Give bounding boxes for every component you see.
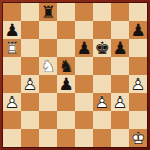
white-king[interactable]: ♚♔ (129, 129, 147, 147)
square-g8[interactable] (111, 3, 129, 21)
square-b5[interactable] (21, 57, 39, 75)
square-d3[interactable] (57, 93, 75, 111)
chess-board-frame: ♜♟♟♜♖♟♚♟♞♘♞♟♙♟♟♙♟♙♟♙♟♙♚♔ (0, 0, 150, 150)
square-a4[interactable] (3, 75, 21, 93)
white-pawn[interactable]: ♟♙ (111, 93, 129, 111)
square-a3[interactable]: ♟♙ (3, 93, 21, 111)
square-h4[interactable]: ♟♙ (129, 75, 147, 93)
square-b2[interactable] (21, 111, 39, 129)
square-h5[interactable] (129, 57, 147, 75)
black-king[interactable]: ♚ (93, 39, 111, 57)
square-e8[interactable] (75, 3, 93, 21)
square-f2[interactable] (93, 111, 111, 129)
black-knight[interactable]: ♞ (57, 57, 75, 75)
square-f8[interactable] (93, 3, 111, 21)
chess-board: ♜♟♟♜♖♟♚♟♞♘♞♟♙♟♟♙♟♙♟♙♟♙♚♔ (3, 3, 147, 147)
white-pawn[interactable]: ♟♙ (93, 93, 111, 111)
white-pawn[interactable]: ♟♙ (129, 75, 147, 93)
square-c4[interactable] (39, 75, 57, 93)
square-e5[interactable] (75, 57, 93, 75)
black-rook[interactable]: ♜ (39, 3, 57, 21)
square-a7[interactable]: ♟ (3, 21, 21, 39)
square-h2[interactable] (129, 111, 147, 129)
square-d6[interactable] (57, 39, 75, 57)
square-h7[interactable]: ♟ (129, 21, 147, 39)
square-b3[interactable] (21, 93, 39, 111)
square-h6[interactable] (129, 39, 147, 57)
square-d7[interactable] (57, 21, 75, 39)
square-c1[interactable] (39, 129, 57, 147)
square-b4[interactable]: ♟♙ (21, 75, 39, 93)
square-f6[interactable]: ♚ (93, 39, 111, 57)
square-b8[interactable] (21, 3, 39, 21)
square-h1[interactable]: ♚♔ (129, 129, 147, 147)
square-d4[interactable]: ♟ (57, 75, 75, 93)
square-g5[interactable] (111, 57, 129, 75)
black-pawn[interactable]: ♟ (75, 39, 93, 57)
black-pawn[interactable]: ♟ (129, 21, 147, 39)
square-f1[interactable] (93, 129, 111, 147)
square-a6[interactable]: ♜♖ (3, 39, 21, 57)
white-pawn[interactable]: ♟♙ (21, 75, 39, 93)
square-c2[interactable] (39, 111, 57, 129)
black-pawn[interactable]: ♟ (3, 21, 21, 39)
square-h3[interactable] (129, 93, 147, 111)
square-g1[interactable] (111, 129, 129, 147)
square-c3[interactable] (39, 93, 57, 111)
square-e1[interactable] (75, 129, 93, 147)
square-b1[interactable] (21, 129, 39, 147)
square-f3[interactable]: ♟♙ (93, 93, 111, 111)
square-b7[interactable] (21, 21, 39, 39)
square-c7[interactable] (39, 21, 57, 39)
black-pawn[interactable]: ♟ (111, 39, 129, 57)
square-c8[interactable]: ♜ (39, 3, 57, 21)
square-e3[interactable] (75, 93, 93, 111)
white-knight[interactable]: ♞♘ (39, 57, 57, 75)
square-g3[interactable]: ♟♙ (111, 93, 129, 111)
square-d2[interactable] (57, 111, 75, 129)
square-a5[interactable] (3, 57, 21, 75)
white-rook[interactable]: ♜♖ (3, 39, 21, 57)
square-e2[interactable] (75, 111, 93, 129)
square-e7[interactable] (75, 21, 93, 39)
black-pawn[interactable]: ♟ (57, 75, 75, 93)
square-a2[interactable] (3, 111, 21, 129)
square-f4[interactable] (93, 75, 111, 93)
white-pawn[interactable]: ♟♙ (3, 93, 21, 111)
square-c6[interactable] (39, 39, 57, 57)
square-g6[interactable]: ♟ (111, 39, 129, 57)
square-e6[interactable]: ♟ (75, 39, 93, 57)
square-g4[interactable] (111, 75, 129, 93)
square-a8[interactable] (3, 3, 21, 21)
square-h8[interactable] (129, 3, 147, 21)
square-a1[interactable] (3, 129, 21, 147)
square-d8[interactable] (57, 3, 75, 21)
square-e4[interactable] (75, 75, 93, 93)
square-b6[interactable] (21, 39, 39, 57)
square-g7[interactable] (111, 21, 129, 39)
square-d5[interactable]: ♞ (57, 57, 75, 75)
square-g2[interactable] (111, 111, 129, 129)
square-c5[interactable]: ♞♘ (39, 57, 57, 75)
square-f7[interactable] (93, 21, 111, 39)
square-d1[interactable] (57, 129, 75, 147)
square-f5[interactable] (93, 57, 111, 75)
